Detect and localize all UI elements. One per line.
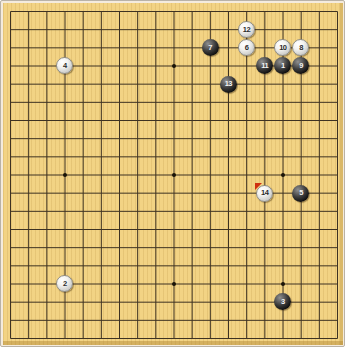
- intersection[interactable]: [110, 238, 128, 256]
- intersection[interactable]: [20, 293, 38, 311]
- intersection[interactable]: [256, 238, 274, 256]
- intersection[interactable]: [292, 21, 310, 39]
- intersection[interactable]: [219, 220, 237, 238]
- intersection[interactable]: [165, 238, 183, 256]
- intersection[interactable]: [92, 130, 110, 148]
- intersection[interactable]: [20, 148, 38, 166]
- intersection[interactable]: [292, 93, 310, 111]
- intersection[interactable]: [129, 202, 147, 220]
- intersection[interactable]: [20, 238, 38, 256]
- intersection[interactable]: [1, 93, 19, 111]
- intersection[interactable]: [183, 257, 201, 275]
- intersection[interactable]: [237, 148, 255, 166]
- intersection[interactable]: [292, 275, 310, 293]
- intersection[interactable]: [74, 166, 92, 184]
- intersection[interactable]: [274, 21, 292, 39]
- intersection[interactable]: [92, 21, 110, 39]
- intersection[interactable]: [183, 75, 201, 93]
- intersection[interactable]: [219, 275, 237, 293]
- intersection[interactable]: [183, 293, 201, 311]
- intersection[interactable]: [38, 111, 56, 129]
- intersection[interactable]: [129, 220, 147, 238]
- intersection[interactable]: [237, 275, 255, 293]
- intersection[interactable]: [310, 238, 328, 256]
- intersection[interactable]: [147, 257, 165, 275]
- intersection[interactable]: [129, 329, 147, 347]
- intersection[interactable]: [92, 184, 110, 202]
- intersection-occupied[interactable]: 13: [219, 75, 237, 93]
- intersection[interactable]: [74, 220, 92, 238]
- intersection[interactable]: [310, 311, 328, 329]
- intersection[interactable]: [1, 39, 19, 57]
- intersection[interactable]: [274, 257, 292, 275]
- intersection[interactable]: [183, 39, 201, 57]
- intersection[interactable]: [292, 329, 310, 347]
- intersection[interactable]: [20, 39, 38, 57]
- intersection[interactable]: [219, 238, 237, 256]
- intersection[interactable]: [201, 111, 219, 129]
- intersection[interactable]: [147, 275, 165, 293]
- intersection[interactable]: [92, 111, 110, 129]
- intersection[interactable]: [219, 111, 237, 129]
- intersection[interactable]: [1, 111, 19, 129]
- intersection[interactable]: [256, 21, 274, 39]
- intersection[interactable]: [165, 329, 183, 347]
- intersection[interactable]: [147, 311, 165, 329]
- intersection[interactable]: [38, 275, 56, 293]
- intersection[interactable]: [256, 166, 274, 184]
- intersection[interactable]: [20, 75, 38, 93]
- intersection-occupied[interactable]: 11: [256, 57, 274, 75]
- intersection[interactable]: [92, 257, 110, 275]
- intersection[interactable]: [74, 238, 92, 256]
- intersection[interactable]: [20, 130, 38, 148]
- intersection[interactable]: [183, 202, 201, 220]
- intersection[interactable]: [201, 202, 219, 220]
- intersection-occupied[interactable]: 3: [274, 293, 292, 311]
- intersection[interactable]: [165, 202, 183, 220]
- intersection[interactable]: [256, 220, 274, 238]
- intersection[interactable]: [38, 2, 56, 20]
- intersection[interactable]: [92, 148, 110, 166]
- intersection[interactable]: [292, 293, 310, 311]
- intersection[interactable]: [74, 202, 92, 220]
- intersection[interactable]: [147, 220, 165, 238]
- intersection[interactable]: [110, 148, 128, 166]
- intersection[interactable]: [292, 238, 310, 256]
- intersection[interactable]: [274, 238, 292, 256]
- intersection[interactable]: [201, 238, 219, 256]
- intersection[interactable]: [129, 311, 147, 329]
- intersection[interactable]: [256, 257, 274, 275]
- intersection[interactable]: [292, 257, 310, 275]
- intersection[interactable]: [38, 329, 56, 347]
- intersection[interactable]: [256, 275, 274, 293]
- intersection[interactable]: [1, 57, 19, 75]
- intersection[interactable]: [201, 21, 219, 39]
- intersection[interactable]: [183, 220, 201, 238]
- intersection[interactable]: [274, 275, 292, 293]
- intersection[interactable]: [274, 311, 292, 329]
- intersection[interactable]: [147, 148, 165, 166]
- intersection[interactable]: [256, 148, 274, 166]
- intersection-occupied[interactable]: 5: [292, 184, 310, 202]
- intersection[interactable]: [56, 39, 74, 57]
- intersection[interactable]: [274, 202, 292, 220]
- intersection[interactable]: [74, 2, 92, 20]
- intersection[interactable]: [165, 275, 183, 293]
- intersection[interactable]: [237, 57, 255, 75]
- intersection[interactable]: [256, 329, 274, 347]
- intersection[interactable]: [74, 39, 92, 57]
- intersection[interactable]: [219, 93, 237, 111]
- intersection[interactable]: [219, 202, 237, 220]
- intersection[interactable]: [147, 2, 165, 20]
- intersection[interactable]: [201, 329, 219, 347]
- intersection[interactable]: [1, 293, 19, 311]
- intersection[interactable]: [292, 166, 310, 184]
- intersection[interactable]: [328, 39, 345, 57]
- intersection[interactable]: [74, 329, 92, 347]
- intersection[interactable]: [328, 257, 345, 275]
- intersection[interactable]: [219, 166, 237, 184]
- intersection[interactable]: [1, 257, 19, 275]
- intersection[interactable]: [38, 57, 56, 75]
- intersection[interactable]: [129, 57, 147, 75]
- intersection[interactable]: [147, 57, 165, 75]
- intersection[interactable]: [129, 184, 147, 202]
- intersection[interactable]: [110, 93, 128, 111]
- intersection[interactable]: [183, 57, 201, 75]
- intersection[interactable]: [1, 311, 19, 329]
- intersection[interactable]: [183, 184, 201, 202]
- intersection[interactable]: [237, 257, 255, 275]
- intersection[interactable]: [310, 184, 328, 202]
- intersection[interactable]: [38, 130, 56, 148]
- intersection[interactable]: [38, 148, 56, 166]
- intersection[interactable]: [328, 93, 345, 111]
- intersection[interactable]: [219, 329, 237, 347]
- intersection[interactable]: [110, 257, 128, 275]
- intersection[interactable]: [56, 238, 74, 256]
- intersection[interactable]: [110, 275, 128, 293]
- intersection[interactable]: [237, 311, 255, 329]
- intersection[interactable]: [183, 166, 201, 184]
- intersection[interactable]: [1, 220, 19, 238]
- intersection[interactable]: [110, 311, 128, 329]
- intersection[interactable]: [274, 75, 292, 93]
- intersection[interactable]: [1, 238, 19, 256]
- intersection[interactable]: [310, 202, 328, 220]
- intersection[interactable]: [92, 311, 110, 329]
- intersection-occupied[interactable]: 12: [237, 21, 255, 39]
- intersection[interactable]: [256, 111, 274, 129]
- intersection[interactable]: [74, 311, 92, 329]
- intersection[interactable]: [310, 166, 328, 184]
- intersection[interactable]: [310, 93, 328, 111]
- intersection[interactable]: [219, 39, 237, 57]
- intersection[interactable]: [38, 220, 56, 238]
- intersection[interactable]: [1, 329, 19, 347]
- intersection[interactable]: [183, 148, 201, 166]
- intersection[interactable]: [256, 75, 274, 93]
- intersection[interactable]: [274, 148, 292, 166]
- intersection[interactable]: [147, 184, 165, 202]
- intersection[interactable]: [183, 93, 201, 111]
- intersection[interactable]: [20, 202, 38, 220]
- intersection[interactable]: [219, 184, 237, 202]
- intersection[interactable]: [56, 166, 74, 184]
- intersection[interactable]: [237, 93, 255, 111]
- intersection[interactable]: [165, 39, 183, 57]
- intersection[interactable]: [38, 257, 56, 275]
- intersection[interactable]: [201, 220, 219, 238]
- intersection[interactable]: [147, 329, 165, 347]
- intersection[interactable]: [92, 329, 110, 347]
- intersection[interactable]: [38, 238, 56, 256]
- intersection[interactable]: [328, 57, 345, 75]
- intersection[interactable]: [292, 75, 310, 93]
- intersection[interactable]: [201, 184, 219, 202]
- intersection[interactable]: [328, 311, 345, 329]
- intersection[interactable]: [201, 130, 219, 148]
- intersection[interactable]: [110, 75, 128, 93]
- intersection[interactable]: [74, 21, 92, 39]
- intersection[interactable]: [201, 148, 219, 166]
- intersection[interactable]: [328, 148, 345, 166]
- intersection[interactable]: [165, 220, 183, 238]
- intersection[interactable]: [310, 39, 328, 57]
- intersection[interactable]: [129, 93, 147, 111]
- intersection[interactable]: [129, 238, 147, 256]
- intersection[interactable]: [256, 293, 274, 311]
- intersection-occupied[interactable]: 1: [274, 57, 292, 75]
- intersection[interactable]: [20, 57, 38, 75]
- intersection[interactable]: [328, 238, 345, 256]
- intersection[interactable]: [92, 2, 110, 20]
- intersection[interactable]: [92, 238, 110, 256]
- intersection[interactable]: [219, 57, 237, 75]
- intersection[interactable]: [328, 329, 345, 347]
- intersection-occupied[interactable]: 9: [292, 57, 310, 75]
- intersection[interactable]: [310, 220, 328, 238]
- intersection[interactable]: [1, 130, 19, 148]
- intersection[interactable]: [256, 130, 274, 148]
- intersection[interactable]: [129, 257, 147, 275]
- intersection[interactable]: [56, 130, 74, 148]
- intersection[interactable]: [310, 275, 328, 293]
- intersection[interactable]: [20, 93, 38, 111]
- intersection[interactable]: [38, 93, 56, 111]
- intersection[interactable]: [20, 21, 38, 39]
- intersection[interactable]: [110, 184, 128, 202]
- intersection[interactable]: [56, 148, 74, 166]
- intersection[interactable]: [292, 202, 310, 220]
- intersection[interactable]: [56, 2, 74, 20]
- intersection-occupied[interactable]: 7: [201, 39, 219, 57]
- intersection[interactable]: [292, 148, 310, 166]
- intersection[interactable]: [165, 21, 183, 39]
- intersection[interactable]: [56, 75, 74, 93]
- intersection[interactable]: [147, 111, 165, 129]
- intersection[interactable]: [38, 166, 56, 184]
- intersection[interactable]: [92, 57, 110, 75]
- intersection[interactable]: [129, 275, 147, 293]
- intersection[interactable]: [328, 220, 345, 238]
- intersection[interactable]: [1, 21, 19, 39]
- intersection[interactable]: [165, 2, 183, 20]
- intersection[interactable]: [165, 93, 183, 111]
- intersection[interactable]: [147, 202, 165, 220]
- intersection[interactable]: [129, 166, 147, 184]
- intersection[interactable]: [147, 238, 165, 256]
- intersection[interactable]: [38, 202, 56, 220]
- intersection[interactable]: [38, 39, 56, 57]
- intersection-occupied[interactable]: 8: [292, 39, 310, 57]
- intersection[interactable]: [237, 329, 255, 347]
- intersection-occupied[interactable]: 6: [237, 39, 255, 57]
- intersection[interactable]: [20, 184, 38, 202]
- intersection[interactable]: [183, 275, 201, 293]
- intersection[interactable]: [56, 111, 74, 129]
- intersection[interactable]: [1, 166, 19, 184]
- intersection[interactable]: [274, 130, 292, 148]
- intersection[interactable]: [129, 39, 147, 57]
- intersection[interactable]: [256, 202, 274, 220]
- intersection[interactable]: [183, 238, 201, 256]
- intersection[interactable]: [74, 75, 92, 93]
- intersection[interactable]: [20, 275, 38, 293]
- intersection[interactable]: [310, 293, 328, 311]
- intersection[interactable]: [56, 293, 74, 311]
- intersection[interactable]: [20, 311, 38, 329]
- intersection[interactable]: [310, 257, 328, 275]
- intersection[interactable]: [147, 21, 165, 39]
- intersection[interactable]: [274, 184, 292, 202]
- intersection[interactable]: [274, 329, 292, 347]
- intersection[interactable]: [110, 329, 128, 347]
- intersection[interactable]: [292, 111, 310, 129]
- intersection[interactable]: [237, 75, 255, 93]
- intersection[interactable]: [74, 148, 92, 166]
- intersection[interactable]: [256, 2, 274, 20]
- intersection[interactable]: [147, 75, 165, 93]
- intersection[interactable]: [328, 293, 345, 311]
- intersection[interactable]: [256, 311, 274, 329]
- intersection[interactable]: [74, 293, 92, 311]
- intersection[interactable]: [328, 2, 345, 20]
- intersection[interactable]: [310, 21, 328, 39]
- intersection[interactable]: [165, 293, 183, 311]
- intersection[interactable]: [1, 2, 19, 20]
- intersection[interactable]: [110, 111, 128, 129]
- intersection[interactable]: [92, 75, 110, 93]
- intersection[interactable]: [237, 202, 255, 220]
- intersection-occupied[interactable]: 4: [56, 57, 74, 75]
- intersection[interactable]: [292, 2, 310, 20]
- intersection[interactable]: [110, 202, 128, 220]
- intersection[interactable]: [201, 166, 219, 184]
- intersection[interactable]: [110, 57, 128, 75]
- intersection[interactable]: [201, 57, 219, 75]
- intersection[interactable]: [165, 166, 183, 184]
- intersection[interactable]: [310, 148, 328, 166]
- intersection[interactable]: [129, 148, 147, 166]
- intersection[interactable]: [129, 2, 147, 20]
- intersection[interactable]: [147, 130, 165, 148]
- intersection[interactable]: [183, 311, 201, 329]
- intersection[interactable]: [74, 257, 92, 275]
- intersection[interactable]: [328, 275, 345, 293]
- intersection[interactable]: [274, 2, 292, 20]
- intersection[interactable]: [56, 21, 74, 39]
- intersection[interactable]: [74, 275, 92, 293]
- intersection[interactable]: [110, 166, 128, 184]
- intersection[interactable]: [274, 166, 292, 184]
- intersection[interactable]: [256, 39, 274, 57]
- intersection[interactable]: [219, 2, 237, 20]
- intersection[interactable]: [165, 257, 183, 275]
- intersection[interactable]: [1, 184, 19, 202]
- intersection[interactable]: [165, 111, 183, 129]
- intersection[interactable]: [147, 93, 165, 111]
- intersection[interactable]: [219, 311, 237, 329]
- intersection-occupied[interactable]: 2: [56, 275, 74, 293]
- intersection[interactable]: [110, 39, 128, 57]
- intersection[interactable]: [183, 130, 201, 148]
- intersection[interactable]: [74, 111, 92, 129]
- intersection[interactable]: [328, 184, 345, 202]
- intersection[interactable]: [129, 293, 147, 311]
- intersection[interactable]: [129, 130, 147, 148]
- intersection-occupied[interactable]: 14: [256, 184, 274, 202]
- intersection[interactable]: [237, 130, 255, 148]
- intersection[interactable]: [165, 75, 183, 93]
- intersection[interactable]: [201, 93, 219, 111]
- intersection[interactable]: [110, 21, 128, 39]
- intersection[interactable]: [219, 257, 237, 275]
- intersection[interactable]: [92, 293, 110, 311]
- intersection[interactable]: [38, 311, 56, 329]
- intersection[interactable]: [147, 166, 165, 184]
- intersection[interactable]: [328, 166, 345, 184]
- intersection[interactable]: [237, 184, 255, 202]
- intersection[interactable]: [183, 2, 201, 20]
- intersection[interactable]: [1, 148, 19, 166]
- intersection[interactable]: [129, 111, 147, 129]
- intersection[interactable]: [165, 57, 183, 75]
- intersection[interactable]: [110, 2, 128, 20]
- intersection[interactable]: [56, 311, 74, 329]
- intersection[interactable]: [328, 21, 345, 39]
- intersection[interactable]: [92, 166, 110, 184]
- intersection[interactable]: [38, 293, 56, 311]
- intersection[interactable]: [165, 130, 183, 148]
- intersection[interactable]: [1, 75, 19, 93]
- intersection[interactable]: [38, 75, 56, 93]
- intersection[interactable]: [74, 184, 92, 202]
- intersection[interactable]: [110, 130, 128, 148]
- intersection[interactable]: [92, 39, 110, 57]
- intersection[interactable]: [1, 275, 19, 293]
- intersection[interactable]: [147, 293, 165, 311]
- intersection[interactable]: [237, 293, 255, 311]
- intersection[interactable]: [20, 220, 38, 238]
- intersection[interactable]: [310, 130, 328, 148]
- intersection[interactable]: [56, 220, 74, 238]
- intersection[interactable]: [74, 130, 92, 148]
- intersection[interactable]: [310, 75, 328, 93]
